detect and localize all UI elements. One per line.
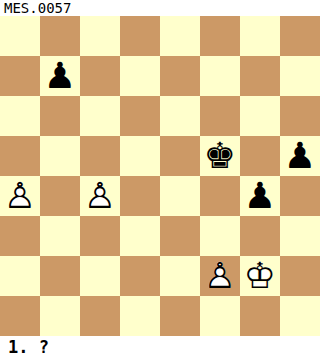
piece-white-king: ♔ [240, 256, 280, 296]
square-b4[interactable] [40, 176, 80, 216]
square-c6[interactable] [80, 96, 120, 136]
square-d7[interactable] [120, 56, 160, 96]
piece-white-pawn: ♙ [0, 176, 40, 216]
piece-black-king: ♚ [204, 136, 236, 176]
square-e7[interactable] [160, 56, 200, 96]
square-g4[interactable]: ♟ [240, 176, 280, 216]
square-a3[interactable] [0, 216, 40, 256]
square-h3[interactable] [280, 216, 320, 256]
square-f6[interactable] [200, 96, 240, 136]
square-a2[interactable] [0, 256, 40, 296]
square-b6[interactable] [40, 96, 80, 136]
square-g8[interactable] [240, 16, 280, 56]
square-e2[interactable] [160, 256, 200, 296]
square-c4[interactable]: ♟♙ [80, 176, 120, 216]
square-d4[interactable] [120, 176, 160, 216]
square-h8[interactable] [280, 16, 320, 56]
square-h4[interactable] [280, 176, 320, 216]
square-h6[interactable] [280, 96, 320, 136]
piece-black-pawn: ♟ [284, 136, 316, 176]
square-g5[interactable] [240, 136, 280, 176]
square-h2[interactable] [280, 256, 320, 296]
piece-white-pawn: ♙ [80, 176, 120, 216]
chess-board: ♟♚♟♟♙♟♙♟♟♙♚♔ [0, 16, 320, 336]
square-g2[interactable]: ♚♔ [240, 256, 280, 296]
square-d6[interactable] [120, 96, 160, 136]
square-f7[interactable] [200, 56, 240, 96]
piece-white-pawn: ♙ [200, 256, 240, 296]
square-e1[interactable] [160, 296, 200, 336]
square-c5[interactable] [80, 136, 120, 176]
move-prompt: 1. ? [0, 336, 320, 360]
square-h7[interactable] [280, 56, 320, 96]
square-a8[interactable] [0, 16, 40, 56]
chess-diagram-window: MES.0057 ♟♚♟♟♙♟♙♟♟♙♚♔ 1. ? [0, 0, 320, 360]
square-e6[interactable] [160, 96, 200, 136]
square-f1[interactable] [200, 296, 240, 336]
square-e3[interactable] [160, 216, 200, 256]
square-f2[interactable]: ♟♙ [200, 256, 240, 296]
square-a6[interactable] [0, 96, 40, 136]
square-h1[interactable] [280, 296, 320, 336]
square-e5[interactable] [160, 136, 200, 176]
square-c1[interactable] [80, 296, 120, 336]
square-a5[interactable] [0, 136, 40, 176]
square-g7[interactable] [240, 56, 280, 96]
square-c2[interactable] [80, 256, 120, 296]
square-e4[interactable] [160, 176, 200, 216]
square-f3[interactable] [200, 216, 240, 256]
square-d5[interactable] [120, 136, 160, 176]
square-e8[interactable] [160, 16, 200, 56]
square-h5[interactable]: ♟ [280, 136, 320, 176]
square-f5[interactable]: ♚ [200, 136, 240, 176]
piece-black-pawn: ♟ [244, 176, 276, 216]
diagram-title: MES.0057 [0, 0, 320, 16]
square-b5[interactable] [40, 136, 80, 176]
square-g6[interactable] [240, 96, 280, 136]
square-d2[interactable] [120, 256, 160, 296]
square-g3[interactable] [240, 216, 280, 256]
square-d8[interactable] [120, 16, 160, 56]
square-b8[interactable] [40, 16, 80, 56]
square-f4[interactable] [200, 176, 240, 216]
square-c3[interactable] [80, 216, 120, 256]
square-g1[interactable] [240, 296, 280, 336]
square-b2[interactable] [40, 256, 80, 296]
square-b7[interactable]: ♟ [40, 56, 80, 96]
square-d3[interactable] [120, 216, 160, 256]
square-a4[interactable]: ♟♙ [0, 176, 40, 216]
square-b1[interactable] [40, 296, 80, 336]
square-d1[interactable] [120, 296, 160, 336]
square-f8[interactable] [200, 16, 240, 56]
square-a7[interactable] [0, 56, 40, 96]
square-c7[interactable] [80, 56, 120, 96]
piece-black-pawn: ♟ [44, 56, 76, 96]
square-a1[interactable] [0, 296, 40, 336]
square-c8[interactable] [80, 16, 120, 56]
square-b3[interactable] [40, 216, 80, 256]
